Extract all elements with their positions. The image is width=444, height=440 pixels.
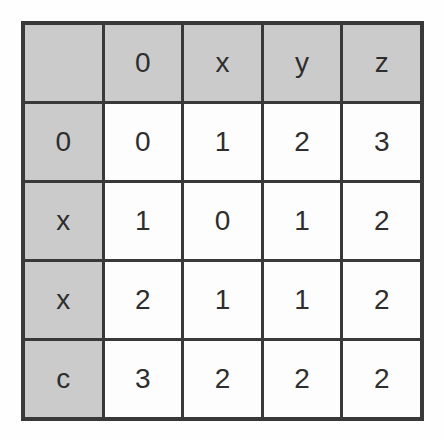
cell-r3-c4: 2: [343, 262, 420, 338]
cell-r1-c4: 3: [343, 104, 420, 180]
row-header-1: 0: [25, 104, 102, 180]
dp-table-grid: 0xyz00123x1012x2112c3222: [21, 21, 424, 421]
cell-r3-c1: 2: [105, 262, 182, 338]
cell-r4-c1: 3: [105, 341, 182, 417]
col-header-4: z: [343, 25, 420, 101]
cell-r1-c1: 0: [105, 104, 182, 180]
col-header-1: 0: [105, 25, 182, 101]
cell-r2-c2: 0: [184, 183, 261, 259]
cell-r2-c3: 1: [264, 183, 341, 259]
cell-r2-c1: 1: [105, 183, 182, 259]
cell-r2-c4: 2: [343, 183, 420, 259]
corner-cell: [25, 25, 102, 101]
cell-r4-c2: 2: [184, 341, 261, 417]
cell-r3-c2: 1: [184, 262, 261, 338]
cell-r3-c3: 1: [264, 262, 341, 338]
col-header-2: x: [184, 25, 261, 101]
row-header-4: c: [25, 341, 102, 417]
cell-r1-c2: 1: [184, 104, 261, 180]
row-header-3: x: [25, 262, 102, 338]
row-header-2: x: [25, 183, 102, 259]
cell-r4-c4: 2: [343, 341, 420, 417]
col-header-3: y: [264, 25, 341, 101]
cell-r1-c3: 2: [264, 104, 341, 180]
cell-r4-c3: 2: [264, 341, 341, 417]
